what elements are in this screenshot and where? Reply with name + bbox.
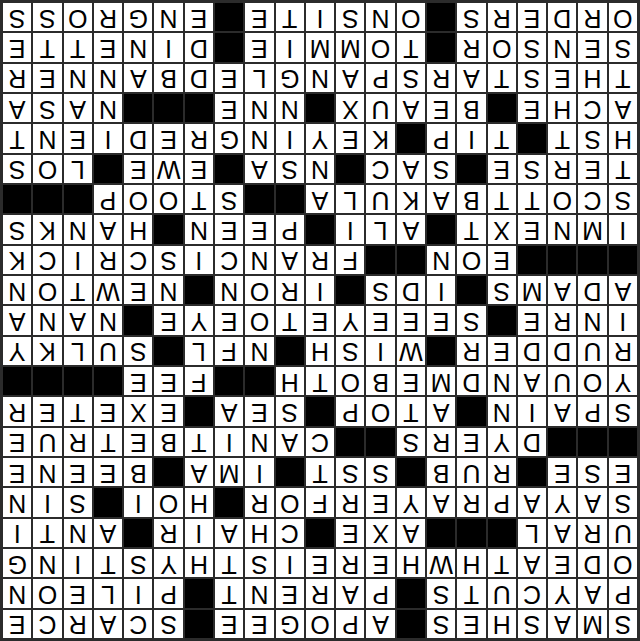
cell-r8c7[interactable]: A: [427, 397, 455, 425]
cell-r7c8[interactable]: S: [397, 428, 425, 456]
cell-r9c2[interactable]: O: [578, 367, 606, 395]
cell-r4c15[interactable]: I: [185, 519, 213, 547]
cell-r13c20[interactable]: C: [33, 246, 61, 274]
cell-r20c13[interactable]: E: [245, 33, 273, 61]
cell-r9c11[interactable]: T: [306, 367, 334, 395]
cell-r15c11[interactable]: A: [306, 185, 334, 213]
cell-r20c19[interactable]: T: [64, 33, 92, 61]
cell-r7c20[interactable]: U: [33, 428, 61, 456]
cell-r12c11[interactable]: I: [306, 276, 334, 304]
cell-r5c19[interactable]: S: [64, 488, 92, 516]
cell-r15c4[interactable]: T: [518, 185, 546, 213]
cell-r10c11[interactable]: H: [306, 337, 334, 365]
cell-r6c14[interactable]: M: [215, 458, 243, 486]
cell-r2c2[interactable]: A: [578, 579, 606, 607]
cell-r14c5[interactable]: X: [488, 215, 516, 243]
cell-r14c8[interactable]: A: [397, 215, 425, 243]
cell-r13c12[interactable]: A: [276, 246, 304, 274]
cell-r19c10[interactable]: A: [336, 64, 364, 92]
cell-r9c16[interactable]: E: [154, 367, 182, 395]
cell-r15c15[interactable]: T: [185, 185, 213, 213]
cell-r12c16[interactable]: N: [154, 276, 182, 304]
cell-r19c11[interactable]: N: [306, 64, 334, 92]
cell-r11c11[interactable]: E: [306, 306, 334, 334]
cell-r17c18[interactable]: I: [94, 124, 122, 152]
cell-r12c1[interactable]: A: [609, 276, 637, 304]
cell-r11c2[interactable]: N: [578, 306, 606, 334]
cell-r4c20[interactable]: T: [33, 519, 61, 547]
cell-r3c1[interactable]: O: [609, 549, 637, 577]
cell-r16c2[interactable]: E: [578, 155, 606, 183]
cell-r5c8[interactable]: Y: [397, 488, 425, 516]
cell-r17c20[interactable]: N: [33, 124, 61, 152]
cell-r21c17[interactable]: G: [124, 3, 152, 31]
cell-r9c6[interactable]: D: [457, 367, 485, 395]
cell-r16c11[interactable]: N: [306, 155, 334, 183]
cell-r6c6[interactable]: U: [457, 458, 485, 486]
cell-r7c15[interactable]: T: [185, 428, 213, 456]
cell-r5c21[interactable]: N: [3, 488, 31, 516]
cell-r7c16[interactable]: B: [154, 428, 182, 456]
cell-r15c8[interactable]: K: [397, 185, 425, 213]
cell-r13c11[interactable]: R: [306, 246, 334, 274]
cell-r3c7[interactable]: W: [427, 549, 455, 577]
cell-r11c20[interactable]: N: [33, 306, 61, 334]
cell-r18c18[interactable]: N: [94, 94, 122, 122]
cell-r20c3[interactable]: N: [548, 33, 576, 61]
cell-r11c3[interactable]: R: [548, 306, 576, 334]
cell-r12c19[interactable]: T: [64, 276, 92, 304]
cell-r2c4[interactable]: C: [518, 579, 546, 607]
cell-r1c7[interactable]: S: [427, 610, 455, 638]
cell-r12c20[interactable]: O: [33, 276, 61, 304]
cell-r11c19[interactable]: A: [64, 306, 92, 334]
cell-r15c10[interactable]: L: [336, 185, 364, 213]
cell-r6c5[interactable]: R: [488, 458, 516, 486]
cell-r10c21[interactable]: Y: [3, 337, 31, 365]
cell-r20c5[interactable]: O: [488, 33, 516, 61]
cell-r18c10[interactable]: X: [336, 94, 364, 122]
cell-r13c17[interactable]: C: [124, 246, 152, 274]
cell-r7c17[interactable]: E: [124, 428, 152, 456]
cell-r17c5[interactable]: T: [488, 124, 516, 152]
cell-r9c7[interactable]: M: [427, 367, 455, 395]
cell-r12c13[interactable]: O: [245, 276, 273, 304]
cell-r4c14[interactable]: A: [215, 519, 243, 547]
cell-r6c15[interactable]: A: [185, 458, 213, 486]
cell-r19c9[interactable]: P: [366, 64, 394, 92]
cell-r12c14[interactable]: N: [215, 276, 243, 304]
cell-r6c2[interactable]: S: [578, 458, 606, 486]
cell-r1c4[interactable]: S: [518, 610, 546, 638]
cell-r3c16[interactable]: Y: [154, 549, 182, 577]
cell-r14c14[interactable]: E: [215, 215, 243, 243]
cell-r13c5[interactable]: E: [488, 246, 516, 274]
cell-r16c7[interactable]: S: [427, 155, 455, 183]
cell-r16c9[interactable]: C: [366, 155, 394, 183]
cell-r5c4[interactable]: A: [518, 488, 546, 516]
cell-r11c1[interactable]: I: [609, 306, 637, 334]
cell-r8c5[interactable]: N: [488, 397, 516, 425]
cell-r7c13[interactable]: N: [245, 428, 273, 456]
cell-r21c15[interactable]: E: [185, 3, 213, 31]
cell-r14c2[interactable]: M: [578, 215, 606, 243]
cell-r9c4[interactable]: A: [518, 367, 546, 395]
cell-r19c7[interactable]: R: [427, 64, 455, 92]
cell-r18c19[interactable]: A: [64, 94, 92, 122]
cell-r19c13[interactable]: L: [245, 64, 273, 92]
cell-r2c11[interactable]: R: [306, 579, 334, 607]
cell-r13c21[interactable]: K: [3, 246, 31, 274]
cell-r6c13[interactable]: I: [245, 458, 273, 486]
cell-r13c7[interactable]: N: [427, 246, 455, 274]
cell-r10c9[interactable]: I: [366, 337, 394, 365]
cell-r2c6[interactable]: T: [457, 579, 485, 607]
cell-r20c18[interactable]: E: [94, 33, 122, 61]
cell-r20c11[interactable]: M: [306, 33, 334, 61]
cell-r12c5[interactable]: S: [488, 276, 516, 304]
cell-r19c14[interactable]: E: [215, 64, 243, 92]
cell-r2c5[interactable]: U: [488, 579, 516, 607]
cell-r3c11[interactable]: E: [306, 549, 334, 577]
cell-r10c8[interactable]: W: [397, 337, 425, 365]
cell-r19c4[interactable]: S: [518, 64, 546, 92]
cell-r2c7[interactable]: S: [427, 579, 455, 607]
cell-r9c12[interactable]: H: [276, 367, 304, 395]
cell-r10c18[interactable]: U: [94, 337, 122, 365]
cell-r16c4[interactable]: S: [518, 155, 546, 183]
cell-r1c21[interactable]: E: [3, 610, 31, 638]
cell-r10c19[interactable]: L: [64, 337, 92, 365]
cell-r2c1[interactable]: P: [609, 579, 637, 607]
cell-r16c1[interactable]: T: [609, 155, 637, 183]
cell-r5c16[interactable]: O: [154, 488, 182, 516]
cell-r2c21[interactable]: N: [3, 579, 31, 607]
cell-r20c8[interactable]: T: [397, 33, 425, 61]
cell-r4c3[interactable]: A: [548, 519, 576, 547]
cell-r5c17[interactable]: I: [124, 488, 152, 516]
cell-r10c1[interactable]: R: [609, 337, 637, 365]
cell-r7c14[interactable]: I: [215, 428, 243, 456]
cell-r2c18[interactable]: L: [94, 579, 122, 607]
cell-r14c21[interactable]: S: [3, 215, 31, 243]
cell-r3c12[interactable]: I: [276, 549, 304, 577]
cell-r12c21[interactable]: N: [3, 276, 31, 304]
cell-r1c10[interactable]: P: [336, 610, 364, 638]
cell-r3c9[interactable]: E: [366, 549, 394, 577]
cell-r1c14[interactable]: E: [215, 610, 243, 638]
cell-r9c15[interactable]: F: [185, 367, 213, 395]
cell-r16c20[interactable]: O: [33, 155, 61, 183]
cell-r4c1[interactable]: U: [609, 519, 637, 547]
cell-r17c13[interactable]: N: [245, 124, 273, 152]
cell-r13c14[interactable]: C: [215, 246, 243, 274]
cell-r3c5[interactable]: T: [488, 549, 516, 577]
cell-r5c12[interactable]: O: [276, 488, 304, 516]
cell-r6c11[interactable]: T: [306, 458, 334, 486]
cell-r6c18[interactable]: E: [94, 458, 122, 486]
cell-r13c19[interactable]: I: [64, 246, 92, 274]
cell-r19c18[interactable]: N: [94, 64, 122, 92]
cell-r18c4[interactable]: E: [518, 94, 546, 122]
cell-r1c16[interactable]: S: [154, 610, 182, 638]
cell-r5c1[interactable]: S: [609, 488, 637, 516]
cell-r3c3[interactable]: E: [548, 549, 576, 577]
cell-r1c17[interactable]: C: [124, 610, 152, 638]
cell-r14c10[interactable]: I: [336, 215, 364, 243]
cell-r17c1[interactable]: H: [609, 124, 637, 152]
cell-r21c21[interactable]: S: [3, 3, 31, 31]
cell-r3c2[interactable]: D: [578, 549, 606, 577]
cell-r1c13[interactable]: E: [245, 610, 273, 638]
cell-r10c10[interactable]: S: [336, 337, 364, 365]
cell-r7c7[interactable]: R: [427, 428, 455, 456]
cell-r21c1[interactable]: O: [609, 3, 637, 31]
cell-r3c20[interactable]: N: [33, 549, 61, 577]
cell-r3c8[interactable]: H: [397, 549, 425, 577]
cell-r2c14[interactable]: T: [215, 579, 243, 607]
cell-r8c9[interactable]: O: [366, 397, 394, 425]
cell-r19c21[interactable]: R: [3, 64, 31, 92]
cell-r20c20[interactable]: T: [33, 33, 61, 61]
cell-r21c13[interactable]: E: [245, 3, 273, 31]
cell-r8c16[interactable]: E: [154, 397, 182, 425]
cell-r8c21[interactable]: R: [3, 397, 31, 425]
cell-r8c4[interactable]: I: [518, 397, 546, 425]
cell-r3c10[interactable]: R: [336, 549, 364, 577]
cell-r20c15[interactable]: D: [185, 33, 213, 61]
cell-r4c4[interactable]: L: [518, 519, 546, 547]
cell-r18c1[interactable]: A: [609, 94, 637, 122]
cell-r11c4[interactable]: E: [518, 306, 546, 334]
cell-r10c2[interactable]: U: [578, 337, 606, 365]
cell-r7c12[interactable]: A: [276, 428, 304, 456]
cell-r13c13[interactable]: N: [245, 246, 273, 274]
cell-r17c17[interactable]: D: [124, 124, 152, 152]
cell-r7c11[interactable]: C: [306, 428, 334, 456]
cell-r17c21[interactable]: T: [3, 124, 31, 152]
cell-r16c12[interactable]: S: [276, 155, 304, 183]
cell-r19c3[interactable]: E: [548, 64, 576, 92]
cell-r7c18[interactable]: T: [94, 428, 122, 456]
cell-r2c3[interactable]: Y: [548, 579, 576, 607]
cell-r1c11[interactable]: O: [306, 610, 334, 638]
cell-r20c16[interactable]: I: [154, 33, 182, 61]
cell-r9c3[interactable]: U: [548, 367, 576, 395]
cell-r19c16[interactable]: B: [154, 64, 182, 92]
cell-r11c12[interactable]: T: [276, 306, 304, 334]
cell-r20c4[interactable]: S: [518, 33, 546, 61]
cell-r10c15[interactable]: L: [185, 337, 213, 365]
cell-r17c7[interactable]: P: [427, 124, 455, 152]
cell-r14c9[interactable]: L: [366, 215, 394, 243]
cell-r17c15[interactable]: R: [185, 124, 213, 152]
cell-r21c16[interactable]: N: [154, 3, 182, 31]
cell-r9c5[interactable]: N: [488, 367, 516, 395]
cell-r8c20[interactable]: E: [33, 397, 61, 425]
cell-r12c3[interactable]: A: [548, 276, 576, 304]
cell-r19c2[interactable]: H: [578, 64, 606, 92]
cell-r5c3[interactable]: Y: [548, 488, 576, 516]
cell-r11c6[interactable]: S: [457, 306, 485, 334]
cell-r14c13[interactable]: E: [245, 215, 273, 243]
cell-r8c1[interactable]: S: [609, 397, 637, 425]
cell-r5c10[interactable]: R: [336, 488, 364, 516]
cell-r15c7[interactable]: A: [427, 185, 455, 213]
cell-r18c6[interactable]: B: [457, 94, 485, 122]
cell-r2c19[interactable]: E: [64, 579, 92, 607]
cell-r9c1[interactable]: Y: [609, 367, 637, 395]
cell-r1c19[interactable]: R: [64, 610, 92, 638]
cell-r20c9[interactable]: O: [366, 33, 394, 61]
cell-r20c2[interactable]: E: [578, 33, 606, 61]
cell-r5c20[interactable]: I: [33, 488, 61, 516]
cell-r6c9[interactable]: S: [366, 458, 394, 486]
cell-r2c12[interactable]: E: [276, 579, 304, 607]
cell-r21c5[interactable]: R: [488, 3, 516, 31]
cell-r15c5[interactable]: T: [488, 185, 516, 213]
cell-r8c14[interactable]: A: [215, 397, 243, 425]
cell-r14c12[interactable]: P: [276, 215, 304, 243]
cell-r3c19[interactable]: I: [64, 549, 92, 577]
cell-r21c4[interactable]: E: [518, 3, 546, 31]
cell-r19c17[interactable]: A: [124, 64, 152, 92]
cell-r19c6[interactable]: A: [457, 64, 485, 92]
cell-r8c3[interactable]: A: [548, 397, 576, 425]
cell-r13c10[interactable]: F: [336, 246, 364, 274]
cell-r18c9[interactable]: U: [366, 94, 394, 122]
cell-r13c6[interactable]: O: [457, 246, 485, 274]
cell-r12c12[interactable]: R: [276, 276, 304, 304]
cell-r13c16[interactable]: S: [154, 246, 182, 274]
cell-r17c19[interactable]: E: [64, 124, 92, 152]
cell-r10c17[interactable]: S: [124, 337, 152, 365]
cell-r16c19[interactable]: L: [64, 155, 92, 183]
cell-r1c12[interactable]: G: [276, 610, 304, 638]
cell-r1c1[interactable]: S: [609, 610, 637, 638]
cell-r11c10[interactable]: Y: [336, 306, 364, 334]
cell-r1c5[interactable]: H: [488, 610, 516, 638]
cell-r15c3[interactable]: O: [548, 185, 576, 213]
cell-r16c21[interactable]: S: [3, 155, 31, 183]
cell-r5c9[interactable]: E: [366, 488, 394, 516]
cell-r6c19[interactable]: E: [64, 458, 92, 486]
cell-r18c20[interactable]: S: [33, 94, 61, 122]
cell-r14c15[interactable]: N: [185, 215, 213, 243]
cell-r11c18[interactable]: N: [94, 306, 122, 334]
cell-r14c18[interactable]: A: [94, 215, 122, 243]
cell-r20c21[interactable]: E: [3, 33, 31, 61]
cell-r21c9[interactable]: N: [366, 3, 394, 31]
cell-r2c10[interactable]: A: [336, 579, 364, 607]
cell-r16c16[interactable]: W: [154, 155, 182, 183]
cell-r9c10[interactable]: O: [336, 367, 364, 395]
cell-r21c12[interactable]: T: [276, 3, 304, 31]
cell-r6c7[interactable]: B: [427, 458, 455, 486]
cell-r4c16[interactable]: R: [154, 519, 182, 547]
cell-r8c19[interactable]: T: [64, 397, 92, 425]
cell-r11c21[interactable]: A: [3, 306, 31, 334]
cell-r5c6[interactable]: R: [457, 488, 485, 516]
cell-r19c8[interactable]: S: [397, 64, 425, 92]
cell-r14c3[interactable]: N: [548, 215, 576, 243]
cell-r20c6[interactable]: R: [457, 33, 485, 61]
cell-r3c14[interactable]: T: [215, 549, 243, 577]
cell-r8c2[interactable]: P: [578, 397, 606, 425]
cell-r11c8[interactable]: E: [397, 306, 425, 334]
cell-r18c13[interactable]: N: [245, 94, 273, 122]
cell-r3c18[interactable]: T: [94, 549, 122, 577]
cell-r15c2[interactable]: C: [578, 185, 606, 213]
cell-r3c4[interactable]: A: [518, 549, 546, 577]
cell-r11c16[interactable]: E: [154, 306, 182, 334]
cell-r12c18[interactable]: W: [94, 276, 122, 304]
cell-r1c9[interactable]: A: [366, 610, 394, 638]
cell-r5c7[interactable]: A: [427, 488, 455, 516]
cell-r15c18[interactable]: P: [94, 185, 122, 213]
cell-r2c17[interactable]: I: [124, 579, 152, 607]
cell-r17c11[interactable]: Y: [306, 124, 334, 152]
cell-r18c3[interactable]: H: [548, 94, 576, 122]
cell-r8c18[interactable]: E: [94, 397, 122, 425]
cell-r5c2[interactable]: A: [578, 488, 606, 516]
cell-r8c8[interactable]: T: [397, 397, 425, 425]
cell-r4c10[interactable]: E: [336, 519, 364, 547]
cell-r11c14[interactable]: E: [215, 306, 243, 334]
cell-r8c13[interactable]: E: [245, 397, 273, 425]
cell-r1c18[interactable]: A: [94, 610, 122, 638]
cell-r3c13[interactable]: S: [245, 549, 273, 577]
cell-r3c21[interactable]: G: [3, 549, 31, 577]
cell-r9c8[interactable]: E: [397, 367, 425, 395]
cell-r11c9[interactable]: E: [366, 306, 394, 334]
cell-r2c9[interactable]: P: [366, 579, 394, 607]
cell-r19c19[interactable]: N: [64, 64, 92, 92]
cell-r10c4[interactable]: D: [518, 337, 546, 365]
cell-r21c19[interactable]: O: [64, 3, 92, 31]
cell-r14c1[interactable]: I: [609, 215, 637, 243]
cell-r4c21[interactable]: I: [3, 519, 31, 547]
cell-r6c10[interactable]: S: [336, 458, 364, 486]
cell-r20c17[interactable]: N: [124, 33, 152, 61]
cell-r18c12[interactable]: N: [276, 94, 304, 122]
cell-r21c2[interactable]: R: [578, 3, 606, 31]
cell-r18c7[interactable]: E: [427, 94, 455, 122]
cell-r7c5[interactable]: Y: [488, 428, 516, 456]
cell-r11c7[interactable]: E: [427, 306, 455, 334]
cell-r5c15[interactable]: H: [185, 488, 213, 516]
cell-r16c13[interactable]: A: [245, 155, 273, 183]
cell-r19c12[interactable]: G: [276, 64, 304, 92]
cell-r16c5[interactable]: E: [488, 155, 516, 183]
cell-r19c20[interactable]: E: [33, 64, 61, 92]
cell-r8c10[interactable]: P: [336, 397, 364, 425]
cell-r4c2[interactable]: R: [578, 519, 606, 547]
cell-r17c2[interactable]: S: [578, 124, 606, 152]
cell-r11c13[interactable]: O: [245, 306, 273, 334]
cell-r5c13[interactable]: R: [245, 488, 273, 516]
cell-r1c20[interactable]: C: [33, 610, 61, 638]
cell-r2c20[interactable]: O: [33, 579, 61, 607]
cell-r1c3[interactable]: A: [548, 610, 576, 638]
cell-r4c9[interactable]: X: [366, 519, 394, 547]
cell-r7c19[interactable]: R: [64, 428, 92, 456]
cell-r16c8[interactable]: A: [397, 155, 425, 183]
cell-r7c4[interactable]: D: [518, 428, 546, 456]
cell-r21c6[interactable]: S: [457, 3, 485, 31]
cell-r12c8[interactable]: D: [397, 276, 425, 304]
cell-r17c3[interactable]: T: [548, 124, 576, 152]
